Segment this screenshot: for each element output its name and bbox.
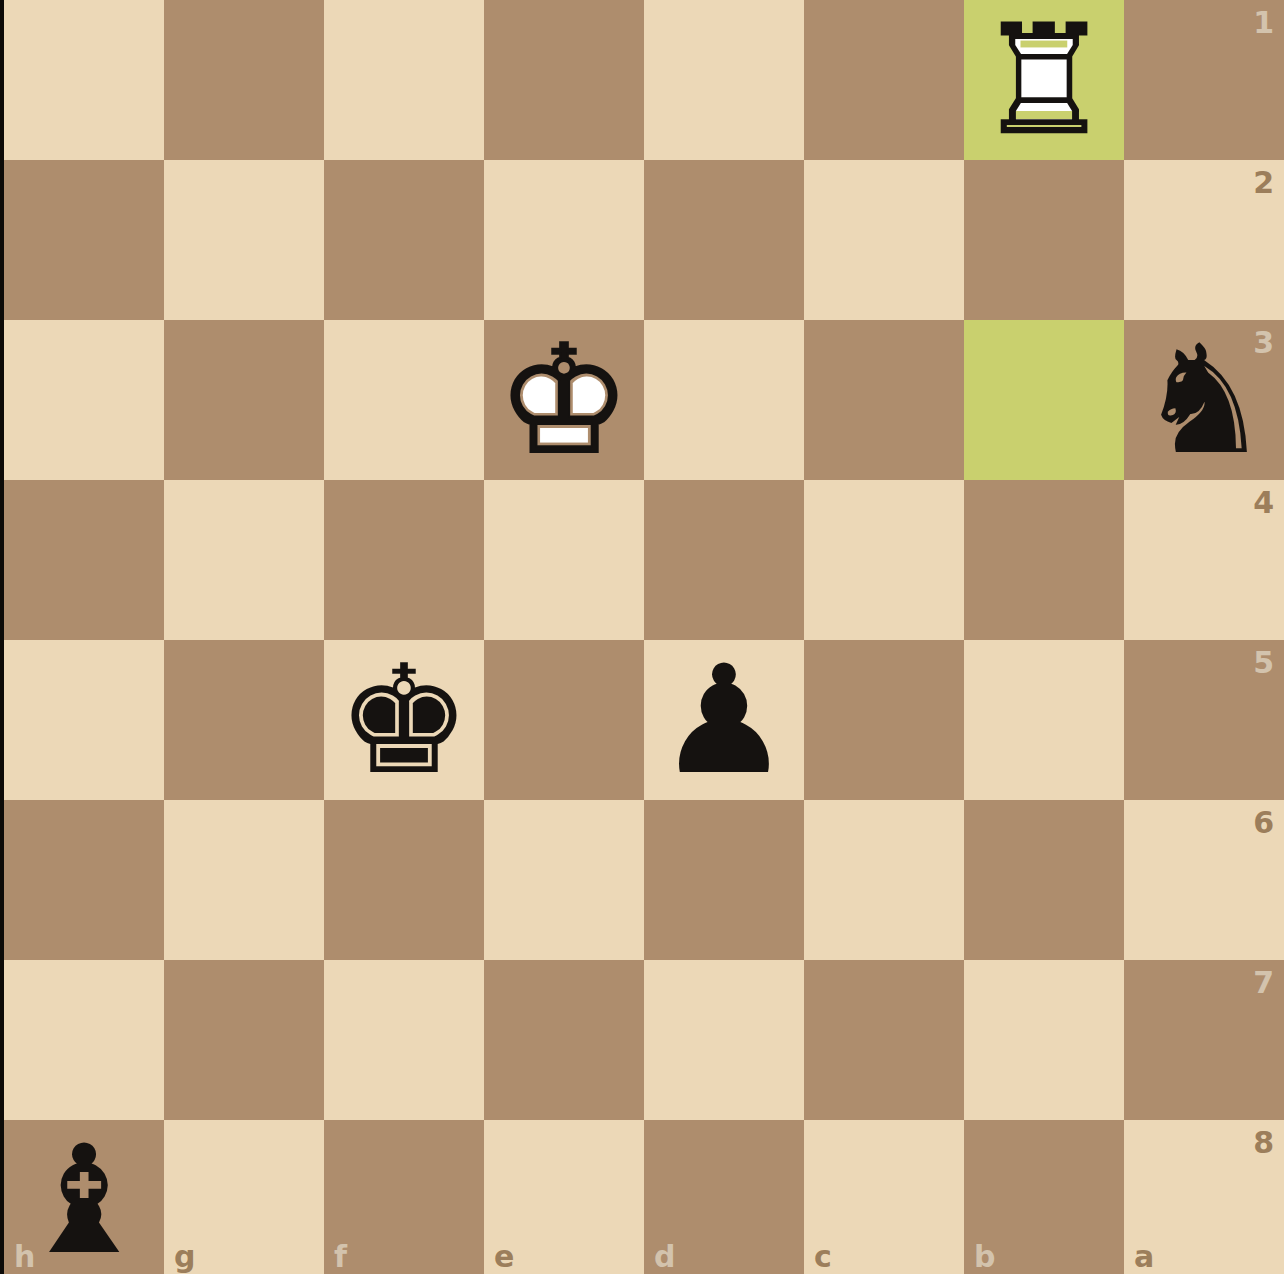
square-e6[interactable] bbox=[484, 800, 644, 960]
square-h8[interactable]: h♝ bbox=[4, 1120, 164, 1274]
white-king[interactable]: ♚♔ bbox=[484, 320, 644, 480]
square-c4[interactable] bbox=[804, 480, 964, 640]
square-f2[interactable] bbox=[324, 160, 484, 320]
file-label-a: a bbox=[1134, 1242, 1154, 1272]
square-a2[interactable]: 2 bbox=[1124, 160, 1284, 320]
square-e7[interactable] bbox=[484, 960, 644, 1120]
square-b4[interactable] bbox=[964, 480, 1124, 640]
square-a4[interactable]: 4 bbox=[1124, 480, 1284, 640]
file-label-e: e bbox=[494, 1242, 514, 1272]
square-d2[interactable] bbox=[644, 160, 804, 320]
square-f4[interactable] bbox=[324, 480, 484, 640]
king-icon: ♚ bbox=[324, 640, 484, 800]
square-c3[interactable] bbox=[804, 320, 964, 480]
black-bishop[interactable]: ♝ bbox=[4, 1120, 164, 1274]
square-f7[interactable] bbox=[324, 960, 484, 1120]
square-f6[interactable] bbox=[324, 800, 484, 960]
bishop-icon: ♝ bbox=[4, 1120, 164, 1274]
file-label-c: c bbox=[814, 1242, 832, 1272]
square-h6[interactable] bbox=[4, 800, 164, 960]
knight-icon: ♞ bbox=[1124, 320, 1284, 480]
rank-label-1: 1 bbox=[1253, 8, 1274, 38]
square-b1[interactable]: ♜♖ bbox=[964, 0, 1124, 160]
square-g7[interactable] bbox=[164, 960, 324, 1120]
file-label-g: g bbox=[174, 1242, 195, 1272]
rank-label-4: 4 bbox=[1253, 488, 1274, 518]
square-e8[interactable]: e bbox=[484, 1120, 644, 1274]
square-h4[interactable] bbox=[4, 480, 164, 640]
square-d8[interactable]: d bbox=[644, 1120, 804, 1274]
king-outline-icon: ♔ bbox=[484, 320, 644, 480]
square-e1[interactable] bbox=[484, 0, 644, 160]
square-d6[interactable] bbox=[644, 800, 804, 960]
square-d1[interactable] bbox=[644, 0, 804, 160]
white-rook[interactable]: ♜♖ bbox=[964, 0, 1124, 160]
square-b7[interactable] bbox=[964, 960, 1124, 1120]
square-h7[interactable] bbox=[4, 960, 164, 1120]
square-b6[interactable] bbox=[964, 800, 1124, 960]
square-g4[interactable] bbox=[164, 480, 324, 640]
square-b8[interactable]: b bbox=[964, 1120, 1124, 1274]
rank-label-2: 2 bbox=[1253, 168, 1274, 198]
file-label-d: d bbox=[654, 1242, 675, 1272]
square-e3[interactable]: ♚♔ bbox=[484, 320, 644, 480]
square-c1[interactable] bbox=[804, 0, 964, 160]
rank-label-7: 7 bbox=[1253, 968, 1274, 998]
square-d3[interactable] bbox=[644, 320, 804, 480]
square-c5[interactable] bbox=[804, 640, 964, 800]
square-b3[interactable] bbox=[964, 320, 1124, 480]
square-f3[interactable] bbox=[324, 320, 484, 480]
square-a8[interactable]: 8a bbox=[1124, 1120, 1284, 1274]
square-g8[interactable]: g bbox=[164, 1120, 324, 1274]
rank-label-6: 6 bbox=[1253, 808, 1274, 838]
square-a7[interactable]: 7 bbox=[1124, 960, 1284, 1120]
rook-icon: ♜ bbox=[964, 0, 1124, 160]
square-e4[interactable] bbox=[484, 480, 644, 640]
king-icon: ♚ bbox=[484, 320, 644, 480]
square-a1[interactable]: 1 bbox=[1124, 0, 1284, 160]
square-g1[interactable] bbox=[164, 0, 324, 160]
black-knight[interactable]: ♞ bbox=[1124, 320, 1284, 480]
square-g3[interactable] bbox=[164, 320, 324, 480]
rank-label-8: 8 bbox=[1253, 1128, 1274, 1158]
square-e5[interactable] bbox=[484, 640, 644, 800]
square-d4[interactable] bbox=[644, 480, 804, 640]
square-a6[interactable]: 6 bbox=[1124, 800, 1284, 960]
black-pawn[interactable]: ♟ bbox=[644, 640, 804, 800]
square-f5[interactable]: ♚ bbox=[324, 640, 484, 800]
square-h5[interactable] bbox=[4, 640, 164, 800]
square-a5[interactable]: 5 bbox=[1124, 640, 1284, 800]
square-c8[interactable]: c bbox=[804, 1120, 964, 1274]
square-g6[interactable] bbox=[164, 800, 324, 960]
rook-outline-icon: ♖ bbox=[964, 0, 1124, 160]
square-d7[interactable] bbox=[644, 960, 804, 1120]
square-a3[interactable]: 3♞ bbox=[1124, 320, 1284, 480]
rank-label-5: 5 bbox=[1253, 648, 1274, 678]
square-f8[interactable]: f bbox=[324, 1120, 484, 1274]
square-c7[interactable] bbox=[804, 960, 964, 1120]
square-h2[interactable] bbox=[4, 160, 164, 320]
square-b5[interactable] bbox=[964, 640, 1124, 800]
black-king[interactable]: ♚ bbox=[324, 640, 484, 800]
square-g5[interactable] bbox=[164, 640, 324, 800]
chess-board: ♜♖12♚♔3♞4♚♟567h♝gfedcb8a bbox=[4, 0, 1284, 1274]
pawn-icon: ♟ bbox=[644, 640, 804, 800]
file-label-f: f bbox=[334, 1242, 347, 1272]
square-b2[interactable] bbox=[964, 160, 1124, 320]
square-c6[interactable] bbox=[804, 800, 964, 960]
file-label-b: b bbox=[974, 1242, 995, 1272]
square-h3[interactable] bbox=[4, 320, 164, 480]
square-g2[interactable] bbox=[164, 160, 324, 320]
square-f1[interactable] bbox=[324, 0, 484, 160]
square-e2[interactable] bbox=[484, 160, 644, 320]
square-c2[interactable] bbox=[804, 160, 964, 320]
square-h1[interactable] bbox=[4, 0, 164, 160]
square-d5[interactable]: ♟ bbox=[644, 640, 804, 800]
